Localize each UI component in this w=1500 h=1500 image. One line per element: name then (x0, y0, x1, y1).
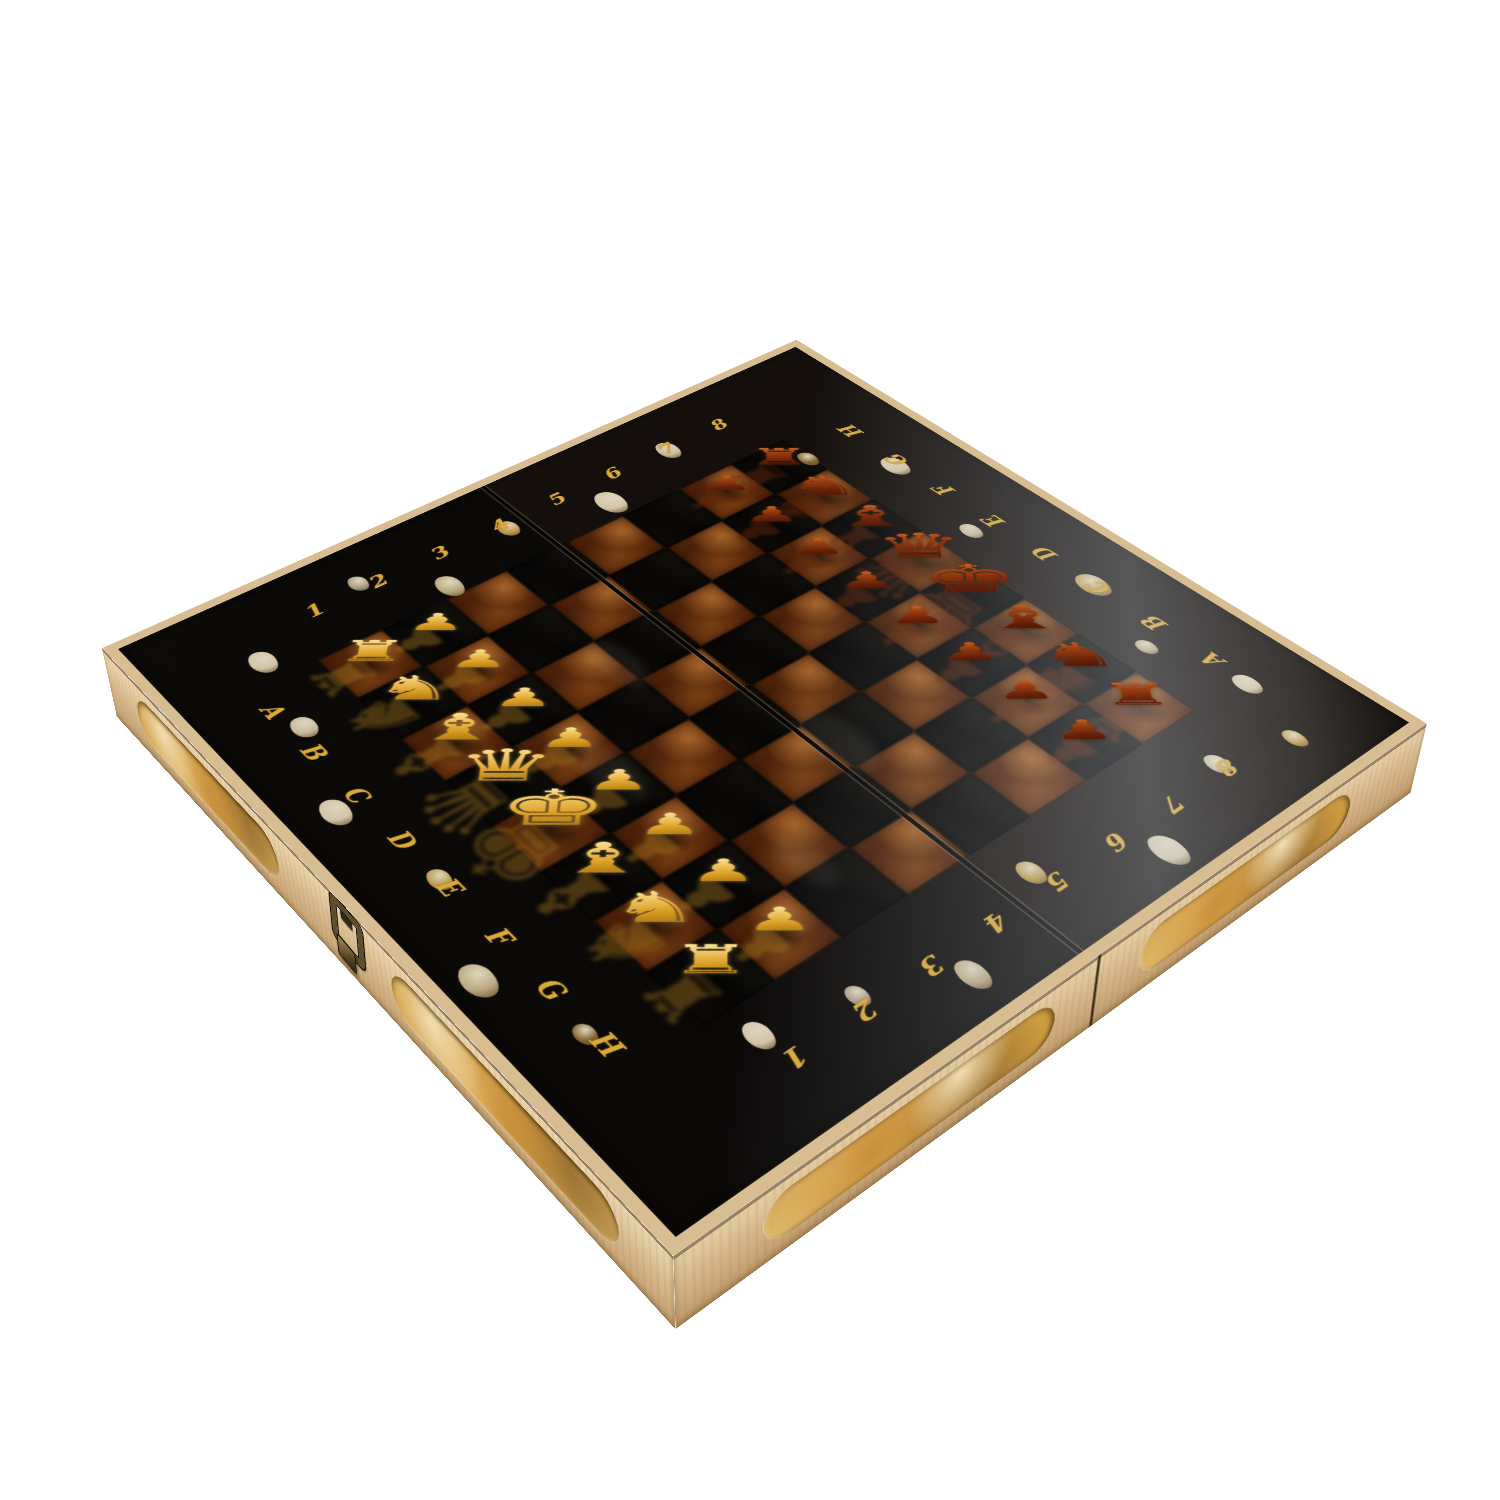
piece-shadow (554, 841, 650, 914)
square-g5 (855, 731, 971, 810)
piece-glyph-N: ♞ (1036, 639, 1121, 670)
square-h6 (971, 738, 1088, 817)
piece-glyph-P: ♟ (887, 604, 948, 626)
piece-reflection: ♞ (563, 898, 687, 990)
square-f3 (676, 759, 793, 840)
piece-reflection: ♚ (435, 799, 587, 907)
piece-reflection: ♝ (507, 850, 633, 942)
piece-reflection: ♟ (555, 774, 642, 834)
rank-label-right-7: 7 (1154, 789, 1193, 816)
amber-pebble (1199, 752, 1237, 777)
square-h3 (785, 848, 908, 937)
piece-shadow (688, 858, 759, 911)
gloss-cloud (762, 829, 850, 896)
file-label-white-E: E (428, 872, 470, 901)
file-label-white-B: B (294, 738, 334, 764)
rank-label-left-3: 3 (423, 543, 453, 563)
rank-label-right-1: 1 (776, 1039, 818, 1073)
square-f4 (740, 725, 855, 803)
piece-shadow (667, 943, 754, 1011)
piece-reflection: ♜ (628, 951, 741, 1037)
amber-pebble (451, 958, 507, 1004)
amber-pebble (243, 648, 285, 677)
lacquer-surface: ♜♞♝♛♚♝♞♜♟♟♟♟♟♟♟♟♜♞♝♛♚♝♞♜♟♟♟♟♟♟♟♟ AABBCCD… (118, 347, 1409, 1237)
amber-pebble (1010, 857, 1053, 888)
square-g1 (592, 880, 717, 972)
piece-glyph-P: ♟ (838, 570, 897, 591)
square-f1 (541, 833, 662, 921)
square-g6 (914, 698, 1028, 774)
rank-label-right-5: 5 (1039, 866, 1079, 895)
piece-shadow (607, 889, 702, 962)
piece-shadow (451, 748, 555, 824)
piece-shadow (537, 727, 602, 773)
amber-pebble (285, 713, 324, 741)
piece-reflection: ♟ (657, 864, 748, 930)
file-label-white-F: F (478, 921, 520, 950)
piece-shadow (635, 812, 704, 862)
piece-glyph-K: ♚ (919, 560, 1022, 596)
chess-box: ♜♞♝♛♚♝♞♜♟♟♟♟♟♟♟♟♜♞♝♛♚♝♞♜♟♟♟♟♟♟♟♟ AABBCCD… (102, 340, 1427, 1256)
file-label-white-G: G (528, 971, 573, 1005)
piece-glyph-P: ♟ (790, 537, 847, 557)
piece-glyph-P: ♟ (939, 640, 1002, 663)
rank-label-right-4: 4 (977, 906, 1017, 936)
square-f2 (610, 796, 729, 880)
square-g4 (793, 766, 911, 848)
piece-reflection: ♝ (367, 720, 484, 799)
square-e3 (626, 718, 740, 795)
piece-glyph-R: ♜ (334, 638, 410, 665)
square-e2 (560, 753, 676, 833)
piece-reflection: ♟ (605, 818, 694, 881)
square-f5 (801, 691, 914, 766)
piece-glyph-R: ♜ (748, 446, 811, 467)
square-h1 (647, 929, 775, 1026)
board-top: ♜♞♝♛♚♝♞♜♟♟♟♟♟♟♟♟♜♞♝♛♚♝♞♜♟♟♟♟♟♟♟♟ AABBCCD… (102, 340, 1427, 1256)
piece-reflection: ♟ (1026, 724, 1111, 781)
amber-pebble (736, 1017, 783, 1055)
square-d1 (445, 746, 560, 826)
rank-label-right-6: 6 (1098, 827, 1137, 855)
perspective-scene: ♜♞♝♛♚♝♞♜♟♟♟♟♟♟♟♟♜♞♝♛♚♝♞♜♟♟♟♟♟♟♟♟ AABBCCD… (0, 0, 1500, 1500)
piece-glyph-N: ♞ (788, 473, 861, 498)
product-photo-canvas: ♜♞♝♛♚♝♞♜♟♟♟♟♟♟♟♟♜♞♝♛♚♝♞♜♟♟♟♟♟♟♟♟ AABBCCD… (0, 0, 1500, 1500)
square-g2 (662, 841, 784, 930)
rank-label-left-1: 1 (297, 600, 328, 621)
gloss-cloud (781, 700, 895, 780)
square-e1 (492, 789, 610, 873)
amber-pebble (840, 982, 876, 1010)
piece-glyph-P: ♟ (744, 505, 799, 525)
piece-glyph-P: ♟ (405, 611, 468, 633)
square-e4 (689, 685, 801, 759)
amber-pebble (421, 865, 458, 894)
piece-reflection: ♛ (397, 758, 535, 854)
piece-shadow (585, 768, 652, 816)
square-h2 (717, 888, 843, 981)
square-g3 (729, 803, 849, 888)
piece-glyph-P: ♟ (700, 474, 754, 493)
amber-pebble (1141, 830, 1198, 870)
piece-shadow (494, 788, 609, 873)
square-h5 (911, 773, 1030, 855)
amber-pebble (567, 1020, 603, 1049)
piece-shadow (1051, 719, 1119, 765)
gloss-cloud (560, 735, 660, 810)
file-label-white-A: A (254, 698, 292, 722)
piece-shadow (744, 906, 817, 962)
rank-label-right-3: 3 (913, 948, 954, 979)
file-label-white-C: C (337, 781, 377, 808)
amber-pebble (948, 955, 999, 994)
rank-label-right-2: 2 (846, 993, 887, 1026)
square-d3 (578, 679, 689, 753)
amber-pebble (313, 795, 360, 830)
piece-reflection: ♟ (712, 912, 806, 982)
file-label-white-D: D (381, 824, 424, 853)
file-label-white-H: H (582, 1024, 630, 1061)
piece-glyph-B: ♝ (981, 602, 1067, 633)
square-h4 (849, 810, 970, 896)
rank-label-right-8: 8 (1209, 754, 1247, 780)
amber-pebble (1278, 727, 1313, 750)
